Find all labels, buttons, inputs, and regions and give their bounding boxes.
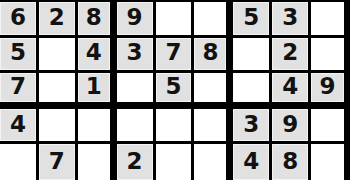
cell-r5c9[interactable] <box>311 144 350 180</box>
cell-value: 5 <box>10 41 26 64</box>
sudoku-screenshot: 628953543782715494397248 <box>0 0 350 180</box>
cell-r5c4: 2 <box>117 144 156 180</box>
cell-r3c3: 1 <box>78 73 117 109</box>
cell-value: 2 <box>282 41 298 64</box>
cell-value: 5 <box>165 75 181 98</box>
cell-r4c3[interactable] <box>78 109 117 145</box>
cell-value: 7 <box>10 75 26 98</box>
cell-r2c8: 2 <box>272 38 311 74</box>
cell-value: 9 <box>320 75 336 98</box>
cell-value: 9 <box>282 113 298 136</box>
cell-value: 8 <box>202 41 218 64</box>
cell-r2c7[interactable] <box>233 38 272 74</box>
cell-value: 3 <box>282 6 298 29</box>
cell-r3c4[interactable] <box>117 73 156 109</box>
cell-value: 5 <box>243 6 259 29</box>
cell-r3c7[interactable] <box>233 73 272 109</box>
cell-value: 4 <box>86 41 102 64</box>
cell-r1c5[interactable] <box>156 2 195 38</box>
cell-r4c2[interactable] <box>39 109 78 145</box>
cell-value: 7 <box>49 150 65 173</box>
sudoku-board: 628953543782715494397248 <box>0 0 350 180</box>
cell-value: 4 <box>243 150 259 173</box>
cell-r1c9[interactable] <box>311 2 350 38</box>
cell-r5c8: 8 <box>272 144 311 180</box>
cell-r5c5[interactable] <box>156 144 195 180</box>
cell-value: 4 <box>282 75 298 98</box>
cell-r3c5: 5 <box>156 73 195 109</box>
cell-r5c3[interactable] <box>78 144 117 180</box>
cell-r2c4: 3 <box>117 38 156 74</box>
cell-r1c1: 6 <box>0 2 39 38</box>
cell-r4c4[interactable] <box>117 109 156 145</box>
cell-r3c1: 7 <box>0 73 39 109</box>
cell-r1c8: 3 <box>272 2 311 38</box>
cell-r3c9: 9 <box>311 73 350 109</box>
cell-value: 9 <box>127 6 143 29</box>
cell-value: 4 <box>10 113 26 136</box>
cell-r3c8: 4 <box>272 73 311 109</box>
cell-r5c7: 4 <box>233 144 272 180</box>
cell-value: 8 <box>86 6 102 29</box>
cell-r5c6[interactable] <box>194 144 233 180</box>
cell-r2c9[interactable] <box>311 38 350 74</box>
cell-r1c7: 5 <box>233 2 272 38</box>
cell-r2c5: 7 <box>156 38 195 74</box>
cell-value: 3 <box>243 113 259 136</box>
cell-r4c5[interactable] <box>156 109 195 145</box>
cell-r2c2[interactable] <box>39 38 78 74</box>
cell-r4c8: 9 <box>272 109 311 145</box>
cell-r3c2[interactable] <box>39 73 78 109</box>
cell-value: 1 <box>86 75 102 98</box>
cell-value: 2 <box>49 6 65 29</box>
cell-r4c7: 3 <box>233 109 272 145</box>
cell-value: 3 <box>127 41 143 64</box>
cell-r5c2: 7 <box>39 144 78 180</box>
cell-r2c3: 4 <box>78 38 117 74</box>
cell-r4c6[interactable] <box>194 109 233 145</box>
cell-value: 8 <box>282 150 298 173</box>
cell-value: 7 <box>165 41 181 64</box>
cell-r5c1[interactable] <box>0 144 39 180</box>
cell-value: 6 <box>10 6 26 29</box>
cell-r2c1: 5 <box>0 38 39 74</box>
cell-r1c3: 8 <box>78 2 117 38</box>
cell-r1c2: 2 <box>39 2 78 38</box>
cell-r4c9[interactable] <box>311 109 350 145</box>
cell-r4c1: 4 <box>0 109 39 145</box>
cell-r3c6[interactable] <box>194 73 233 109</box>
cell-r2c6: 8 <box>194 38 233 74</box>
cell-value: 2 <box>127 150 143 173</box>
cell-r1c4: 9 <box>117 2 156 38</box>
cell-r1c6[interactable] <box>194 2 233 38</box>
